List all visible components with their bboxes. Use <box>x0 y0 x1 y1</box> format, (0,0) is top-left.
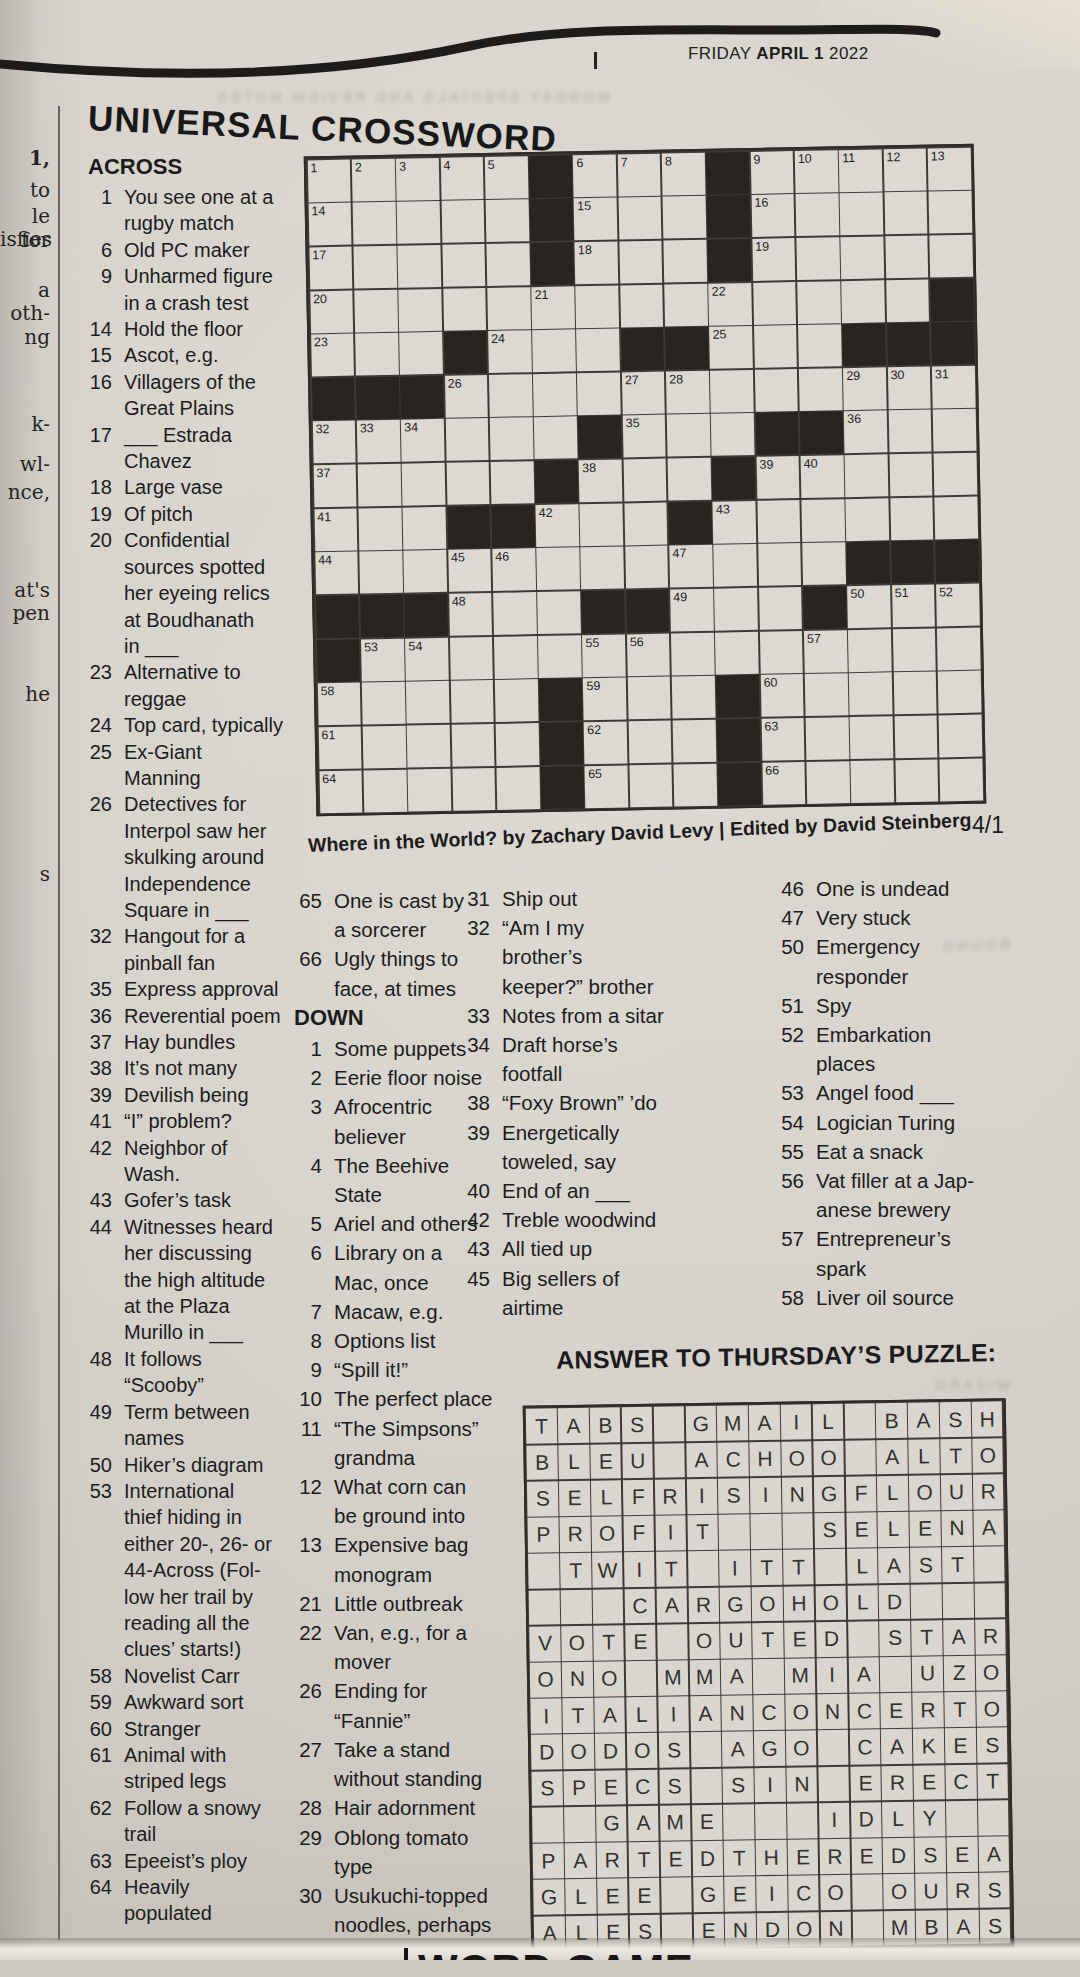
grid-cell[interactable] <box>673 720 717 763</box>
grid-cell[interactable] <box>629 764 673 807</box>
cut-off-text-fragment: s <box>0 862 50 886</box>
grid-cell[interactable] <box>757 500 801 543</box>
grid-cell[interactable] <box>759 587 803 630</box>
answer-black-cell <box>751 1514 782 1549</box>
grid-cell[interactable]: 45 <box>448 549 492 592</box>
clue-text: Macaw, e.g. <box>334 1297 443 1326</box>
answer-cell: E <box>846 1512 877 1547</box>
answer-cell: L <box>882 1802 913 1837</box>
clue-number: 39 <box>60 1082 124 1108</box>
clue-item: 43All tied up <box>440 1234 740 1263</box>
black-cell <box>708 239 752 282</box>
answer-cell: T <box>752 1623 783 1658</box>
grid-cell[interactable] <box>496 767 540 810</box>
grid-cell[interactable]: 27 <box>622 371 666 414</box>
grid-cell[interactable] <box>755 369 799 412</box>
grid-cell[interactable] <box>841 280 885 323</box>
answer-cell: T <box>977 1764 1008 1799</box>
cell-number: 14 <box>311 204 325 218</box>
cut-off-text-fragment: pen <box>0 601 50 625</box>
grid-cell[interactable] <box>939 758 983 801</box>
grid-cell[interactable] <box>801 499 845 542</box>
clue-number: 42 <box>440 1205 502 1234</box>
grid-cell[interactable]: 63 <box>761 718 805 761</box>
grid-cell[interactable]: 4 <box>440 157 484 200</box>
cell-number: 13 <box>931 149 945 163</box>
grid-cell[interactable] <box>754 325 798 368</box>
grid-cell[interactable] <box>667 414 711 457</box>
grid-cell[interactable] <box>894 715 938 758</box>
grid-cell[interactable] <box>363 726 407 769</box>
grid-cell[interactable]: 46 <box>492 548 536 591</box>
grid-cell[interactable]: 30 <box>887 366 931 409</box>
grid-cell[interactable]: 55 <box>582 634 626 677</box>
clue-text: Old PC maker <box>124 237 250 263</box>
grid-cell[interactable]: 57 <box>804 630 848 673</box>
clue-item: 30Usukuchi-toppednoodles, perhaps <box>274 1881 524 1939</box>
grid-cell[interactable] <box>495 723 539 766</box>
grid-cell[interactable] <box>934 496 978 539</box>
grid-cell[interactable] <box>399 332 443 375</box>
grid-cell[interactable] <box>628 677 672 720</box>
answer-cell: N <box>942 1511 973 1546</box>
grid-cell[interactable] <box>671 632 715 675</box>
grid-cell[interactable] <box>928 191 972 234</box>
grid-cell[interactable] <box>760 631 804 674</box>
grid-cell[interactable] <box>354 289 398 332</box>
grid-cell[interactable]: 33 <box>357 420 401 463</box>
grid-cell[interactable]: 42 <box>536 504 580 547</box>
answer-cell: S <box>814 1513 845 1548</box>
answer-cell: G <box>720 1587 751 1622</box>
grid-cell[interactable]: 12 <box>883 148 927 191</box>
grid-cell[interactable] <box>933 409 977 452</box>
grid-cell[interactable] <box>489 374 533 417</box>
grid-cell[interactable]: 29 <box>843 367 887 410</box>
answer-cell: A <box>973 1510 1004 1545</box>
clue-text: Expensive bagmonogram <box>334 1530 468 1588</box>
clue-item: 24Top card, typically <box>60 712 312 738</box>
grid-cell[interactable] <box>408 768 452 811</box>
grid-cell[interactable] <box>798 324 842 367</box>
cell-number: 24 <box>491 332 505 346</box>
clue-text: Vat filler at a Jap-anese brewery <box>816 1166 974 1224</box>
grid-cell[interactable]: 49 <box>670 589 714 632</box>
grid-cell[interactable]: 15 <box>574 198 618 241</box>
grid-cell[interactable] <box>758 543 802 586</box>
grid-cell[interactable] <box>485 199 529 242</box>
grid-cell[interactable] <box>618 197 662 240</box>
clue-text: Ex-GiantManning <box>124 739 202 792</box>
answer-cell: O <box>752 1586 783 1621</box>
clue-number: 15 <box>60 342 124 368</box>
grid-cell[interactable]: 64 <box>319 770 363 813</box>
clue-text: Epeeist’s ploy <box>124 1848 247 1874</box>
grid-cell[interactable]: 17 <box>309 246 353 289</box>
grid-cell[interactable] <box>494 636 538 679</box>
clue-text: Ending for“Fannie” <box>334 1676 427 1734</box>
clue-text: Animal withstriped legs <box>124 1742 226 1795</box>
grid-cell[interactable] <box>363 769 407 812</box>
cut-off-text-fragment: oth- <box>0 301 50 325</box>
grid-cell[interactable]: 61 <box>318 726 362 769</box>
grid-cell[interactable]: 36 <box>844 411 888 454</box>
grid-cell[interactable]: 19 <box>752 238 796 281</box>
cell-number: 4 <box>443 158 450 172</box>
grid-cell[interactable] <box>406 681 450 724</box>
cell-number: 37 <box>316 466 330 480</box>
clue-text: Ascot, e.g. <box>124 342 219 368</box>
grid-cell[interactable] <box>848 629 892 672</box>
grid-cell[interactable] <box>628 720 672 763</box>
clue-item: 20Confidentialsources spottedher eyeing … <box>60 527 312 659</box>
answer-cell: R <box>560 1517 591 1552</box>
answer-cell: I <box>755 1767 786 1802</box>
black-cell <box>582 590 626 633</box>
grid-cell[interactable] <box>359 551 403 594</box>
grid-cell[interactable] <box>355 333 399 376</box>
answer-cell: L <box>559 1444 590 1479</box>
grid-cell[interactable] <box>714 544 758 587</box>
grid-cell[interactable] <box>577 372 621 415</box>
grid-cell[interactable] <box>851 760 895 803</box>
grid-cell[interactable] <box>449 637 493 680</box>
grid-cell[interactable] <box>493 592 537 635</box>
grid-cell[interactable]: 38 <box>579 460 623 503</box>
clue-number: 16 <box>60 369 124 422</box>
cell-number: 26 <box>447 376 461 390</box>
grid-cell[interactable]: 66 <box>762 762 806 805</box>
grid-cell[interactable] <box>358 507 402 550</box>
clue-text: Emergencyresponder <box>816 932 920 990</box>
grid-cell[interactable]: 11 <box>839 149 883 192</box>
grid-cell[interactable] <box>407 725 451 768</box>
grid-cell[interactable] <box>581 547 625 590</box>
clue-text: “Foxy Brown” ’do <box>502 1088 657 1117</box>
grid-cell[interactable] <box>537 591 581 634</box>
clue-text: Very stuck <box>816 903 911 932</box>
clue-number: 1 <box>60 184 124 237</box>
clue-column-c: 46One is undead47Very stuck50Emergencyre… <box>752 874 1052 1312</box>
grid-cell[interactable] <box>668 458 712 501</box>
grid-cell[interactable] <box>495 679 539 722</box>
clue-number: 13 <box>274 1530 334 1588</box>
grid-cell[interactable]: 65 <box>585 765 629 808</box>
answer-black-cell <box>753 1659 784 1694</box>
clue-item: 26Ending for“Fannie” <box>274 1676 524 1734</box>
answer-cell: T <box>687 1515 718 1550</box>
grid-cell[interactable]: 14 <box>308 203 352 246</box>
answer-cell: I <box>756 1876 787 1911</box>
grid-cell[interactable] <box>490 461 534 504</box>
grid-cell[interactable]: 40 <box>801 455 845 498</box>
grid-cell[interactable] <box>619 240 663 283</box>
black-cell <box>842 324 886 367</box>
answer-cell: D <box>883 1838 914 1873</box>
clue-item: 18Large vase <box>60 474 312 500</box>
grid-cell[interactable]: 8 <box>662 152 706 195</box>
grid-cell[interactable] <box>404 550 448 593</box>
grid-cell[interactable]: 31 <box>932 365 976 408</box>
grid-cell[interactable] <box>402 463 446 506</box>
grid-cell[interactable] <box>802 543 846 586</box>
answer-black-cell <box>880 1657 911 1692</box>
black-cell <box>578 416 622 459</box>
grid-cell[interactable]: 59 <box>583 678 627 721</box>
grid-cell[interactable]: 3 <box>396 157 440 200</box>
grid-cell[interactable] <box>893 672 937 715</box>
grid-cell[interactable] <box>714 588 758 631</box>
grid-cell[interactable]: 32 <box>312 421 356 464</box>
grid-cell[interactable] <box>625 546 669 589</box>
grid-cell[interactable] <box>929 235 973 278</box>
grid-cell[interactable] <box>933 453 977 496</box>
grid-cell[interactable] <box>362 682 406 725</box>
cell-number: 64 <box>322 772 336 786</box>
grid-cell[interactable]: 22 <box>709 282 753 325</box>
answer-black-cell <box>593 1589 624 1624</box>
answer-cell: O <box>530 1662 561 1697</box>
grid-cell[interactable]: 16 <box>751 194 795 237</box>
grid-cell[interactable]: 7 <box>617 153 661 196</box>
grid-cell[interactable] <box>663 240 707 283</box>
grid-cell[interactable] <box>624 502 668 545</box>
answer-cell: M <box>689 1660 720 1695</box>
clue-item: 47Very stuck <box>752 903 1052 932</box>
grid-cell[interactable] <box>890 497 934 540</box>
answer-cell: S <box>622 1407 653 1442</box>
grid-cell[interactable] <box>938 714 982 757</box>
grid-cell[interactable] <box>846 498 890 541</box>
grid-cell[interactable]: 43 <box>713 501 757 544</box>
answer-cell: A <box>943 1620 974 1655</box>
grid-cell[interactable] <box>533 373 577 416</box>
grid-cell[interactable] <box>710 370 754 413</box>
grid-cell[interactable] <box>490 418 534 461</box>
clue-text: Internationalthief hiding ineither 20-, … <box>124 1478 272 1663</box>
grid-cell[interactable]: 6 <box>573 154 617 197</box>
grid-cell[interactable] <box>938 671 982 714</box>
grid-cell[interactable] <box>937 627 981 670</box>
grid-cell[interactable] <box>534 417 578 460</box>
grid-cell[interactable] <box>806 717 850 760</box>
grid-cell[interactable]: 53 <box>361 638 405 681</box>
clue-number: 38 <box>440 1088 502 1117</box>
grid-cell[interactable]: 25 <box>709 326 753 369</box>
clue-number: 21 <box>274 1589 334 1618</box>
grid-cell[interactable] <box>845 454 889 497</box>
grid-cell[interactable] <box>892 628 936 671</box>
grid-cell[interactable] <box>536 548 580 591</box>
cut-off-text-fragment: 1, <box>0 146 50 170</box>
clue-text: Treble woodwind <box>502 1205 656 1234</box>
grid-cell[interactable] <box>797 281 841 324</box>
grid-cell[interactable] <box>398 245 442 288</box>
grid-cell[interactable]: 37 <box>313 465 357 508</box>
grid-cell[interactable]: 21 <box>531 286 575 329</box>
grid-cell[interactable] <box>620 284 664 327</box>
grid-cell[interactable] <box>580 503 624 546</box>
clue-text: All tied up <box>502 1234 592 1263</box>
answer-cell: S <box>915 1837 946 1872</box>
clue-number: 46 <box>752 874 816 903</box>
cell-number: 25 <box>712 328 726 342</box>
clue-number: 26 <box>60 791 124 923</box>
answer-cell: R <box>819 1839 850 1874</box>
grid-cell[interactable]: 48 <box>449 593 493 636</box>
grid-cell[interactable]: 56 <box>627 633 671 676</box>
clue-text: It follows“Scooby” <box>124 1346 204 1399</box>
cell-number: 8 <box>665 154 672 168</box>
grid-cell[interactable] <box>805 673 849 716</box>
grid-cell[interactable]: 26 <box>444 375 488 418</box>
answer-cell: E <box>724 1877 755 1912</box>
puzzle-attribution: Where in the World? by Zachary David Lev… <box>308 809 972 857</box>
clue-text: Heavilypopulated <box>124 1874 212 1927</box>
grid-cell[interactable]: 52 <box>936 584 980 627</box>
grid-cell[interactable] <box>850 716 894 759</box>
grid-cell[interactable] <box>450 680 494 723</box>
grid-cell[interactable] <box>806 761 850 804</box>
answer-cell: S <box>910 1548 941 1583</box>
grid-cell[interactable] <box>886 279 930 322</box>
answer-cell: L <box>909 1439 940 1474</box>
grid-cell[interactable] <box>538 635 582 678</box>
answer-cell: A <box>690 1696 721 1731</box>
answer-cell: C <box>718 1442 749 1477</box>
grid-cell[interactable] <box>884 192 928 235</box>
answer-cell: L <box>626 1697 657 1732</box>
grid-cell[interactable] <box>715 631 759 674</box>
black-cell <box>706 152 750 195</box>
grid-cell[interactable]: 58 <box>317 683 361 726</box>
answer-cell: I <box>655 1515 686 1550</box>
clue-item: 34Draft horse’sfootfall <box>440 1030 740 1088</box>
grid-cell[interactable] <box>623 459 667 502</box>
grid-cell[interactable]: 10 <box>795 150 839 193</box>
grid-cell[interactable] <box>895 759 939 802</box>
grid-cell[interactable] <box>672 676 716 719</box>
grid-cell[interactable]: 51 <box>892 584 936 627</box>
clue-text: Options list <box>334 1326 435 1355</box>
grid-cell[interactable] <box>451 724 495 767</box>
grid-cell[interactable]: 34 <box>401 419 445 462</box>
clue-text: Awkward sort <box>124 1689 244 1715</box>
grid-cell[interactable] <box>403 507 447 550</box>
grid-cell[interactable] <box>799 368 843 411</box>
grid-cell[interactable]: 35 <box>622 415 666 458</box>
grid-cell[interactable]: 62 <box>584 721 628 764</box>
clue-item: 51Spy <box>752 991 1052 1020</box>
grid-cell[interactable] <box>849 673 893 716</box>
grid-cell[interactable]: 44 <box>315 552 359 595</box>
grid-cell[interactable]: 41 <box>314 508 358 551</box>
grid-cell[interactable] <box>445 418 489 461</box>
grid-cell[interactable]: 23 <box>311 334 355 377</box>
grid-cell[interactable] <box>885 235 929 278</box>
grid-cell[interactable] <box>353 202 397 245</box>
cell-number: 1 <box>310 161 317 175</box>
answer-cell: E <box>784 1622 815 1657</box>
grid-cell[interactable] <box>442 244 486 287</box>
answer-cell: P <box>564 1770 595 1805</box>
answer-cell: O <box>594 1661 625 1696</box>
grid-cell[interactable]: 39 <box>756 456 800 499</box>
answer-cell: T <box>526 1409 557 1444</box>
grid-cell[interactable] <box>441 200 485 243</box>
grid-cell[interactable] <box>841 236 885 279</box>
grid-cell[interactable]: 1 <box>307 159 351 202</box>
grid-cell[interactable] <box>663 196 707 239</box>
grid-cell[interactable]: 47 <box>669 545 713 588</box>
date-line: FRIDAY APRIL 1 2022 <box>688 44 869 64</box>
grid-cell[interactable] <box>452 767 496 810</box>
clue-text: Hold the floor <box>124 316 243 342</box>
clue-number: 57 <box>752 1224 816 1282</box>
grid-cell[interactable] <box>888 410 932 453</box>
grid-cell[interactable]: 20 <box>310 290 354 333</box>
clue-text: Ship out <box>502 884 577 913</box>
clue-text: Express approval <box>124 976 279 1002</box>
clue-number: 11 <box>274 1414 334 1472</box>
answer-cell: T <box>944 1692 975 1727</box>
grid-cell[interactable]: 50 <box>847 585 891 628</box>
grid-cell[interactable] <box>673 763 717 806</box>
grid-cell[interactable] <box>664 283 708 326</box>
clue-number: 9 <box>60 263 124 316</box>
grid-cell[interactable] <box>486 243 530 286</box>
grid-cell[interactable] <box>795 193 839 236</box>
grid-cell[interactable]: 54 <box>405 637 449 680</box>
grid-cell[interactable]: 18 <box>575 241 619 284</box>
clue-item: 31Ship out <box>440 884 740 913</box>
clue-text: Van, e.g., for amover <box>334 1618 467 1676</box>
cell-number: 44 <box>318 553 332 567</box>
clue-number: 32 <box>440 913 502 1001</box>
grid-cell[interactable] <box>532 329 576 372</box>
grid-cell[interactable] <box>398 288 442 331</box>
grid-cell[interactable]: 60 <box>760 674 804 717</box>
grid-cell[interactable]: 28 <box>666 371 710 414</box>
grid-cell[interactable] <box>397 201 441 244</box>
grid-cell[interactable]: 9 <box>750 151 794 194</box>
grid-cell[interactable]: 13 <box>928 147 972 190</box>
grid-cell[interactable]: 24 <box>488 330 532 373</box>
grid-cell[interactable] <box>753 282 797 325</box>
grid-cell[interactable] <box>711 413 755 456</box>
clue-number: 66 <box>274 944 334 1002</box>
grid-cell[interactable] <box>446 462 490 505</box>
grid-cell[interactable] <box>889 454 933 497</box>
clue-number: 40 <box>440 1176 502 1205</box>
grid-cell[interactable] <box>577 329 621 372</box>
answer-cell: A <box>749 1405 780 1440</box>
grid-cell[interactable]: 5 <box>485 156 529 199</box>
grid-cell[interactable] <box>353 246 397 289</box>
grid-cell[interactable] <box>796 237 840 280</box>
grid-cell[interactable] <box>487 287 531 330</box>
answer-cell: S <box>880 1621 911 1656</box>
grid-cell[interactable] <box>443 288 487 331</box>
cell-number: 23 <box>314 335 328 349</box>
grid-cell[interactable] <box>358 464 402 507</box>
answer-cell: O <box>561 1626 592 1661</box>
grid-cell[interactable] <box>840 193 884 236</box>
cut-off-text-fragment: at's <box>0 578 50 602</box>
grid-cell[interactable] <box>576 285 620 328</box>
black-cell <box>535 460 579 503</box>
grid-cell[interactable]: 2 <box>352 158 396 201</box>
